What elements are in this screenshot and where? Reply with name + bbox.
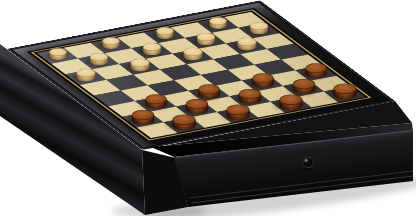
light-checker bbox=[143, 43, 161, 55]
light-checker bbox=[130, 58, 149, 71]
light-checker bbox=[197, 33, 215, 45]
checker-top bbox=[90, 53, 108, 61]
checker-top bbox=[226, 104, 249, 115]
checker-top bbox=[198, 84, 219, 94]
dark-checker bbox=[226, 104, 249, 120]
checker-top bbox=[292, 79, 314, 89]
dark-checker bbox=[132, 109, 154, 124]
light-checker bbox=[90, 53, 108, 65]
dark-checker bbox=[172, 114, 195, 130]
checker-top bbox=[239, 89, 261, 99]
checker-top bbox=[237, 38, 256, 47]
dark-checker bbox=[198, 84, 219, 99]
checker-top bbox=[279, 94, 302, 105]
checker-top bbox=[49, 48, 66, 56]
dark-checker bbox=[333, 84, 356, 100]
light-checker bbox=[237, 38, 256, 51]
light-checker bbox=[77, 68, 96, 81]
checker-top bbox=[197, 33, 215, 41]
light-checker bbox=[156, 27, 173, 39]
light-checker bbox=[49, 48, 66, 60]
dark-checker bbox=[145, 94, 166, 109]
light-checker bbox=[250, 22, 268, 34]
dark-checker bbox=[239, 89, 261, 104]
checker-top bbox=[185, 99, 207, 109]
dark-checker bbox=[292, 79, 314, 94]
checker-top bbox=[77, 68, 96, 77]
checkers-set-photo bbox=[0, 0, 416, 216]
checker-top bbox=[305, 63, 326, 73]
light-checker bbox=[102, 38, 119, 50]
checker-top bbox=[143, 43, 161, 51]
dark-checker bbox=[185, 99, 207, 114]
checker-top bbox=[156, 27, 173, 35]
dark-checker bbox=[252, 74, 273, 89]
light-checker bbox=[209, 17, 226, 29]
dark-checker bbox=[305, 63, 326, 78]
checker-top bbox=[209, 17, 226, 25]
drawer-knob-highlight bbox=[305, 159, 308, 162]
light-checker bbox=[184, 48, 203, 61]
checker-top bbox=[252, 74, 273, 84]
checker-top bbox=[145, 94, 166, 104]
checker-top bbox=[172, 114, 195, 125]
dark-checker bbox=[279, 94, 302, 110]
checker-top bbox=[130, 58, 149, 67]
checker-top bbox=[132, 109, 154, 119]
drawer-knob bbox=[303, 157, 313, 167]
checker-top bbox=[333, 84, 356, 95]
